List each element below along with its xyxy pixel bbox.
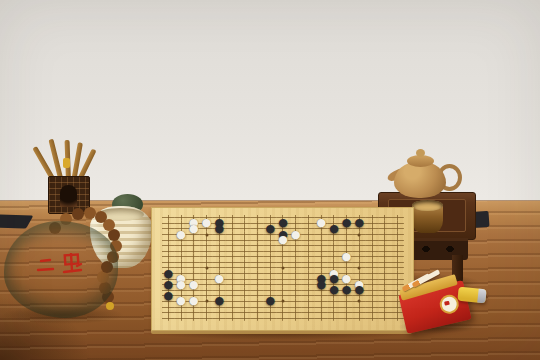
go-board: ●●●●●●●●●●●●●●●●●●●●●●●●●●●●●●●●●●●● (151, 207, 414, 331)
board-point (187, 315, 200, 321)
board-point (340, 315, 353, 321)
holder-arch-carving (60, 185, 77, 207)
board-point (328, 315, 341, 321)
teapot-lid-knob (416, 149, 425, 157)
board-point (277, 315, 290, 321)
brush-holder (48, 176, 90, 214)
board-point (391, 315, 404, 321)
tea-cup (412, 203, 443, 233)
board-point (200, 315, 213, 321)
board-point (366, 315, 379, 321)
yellow-tassel (63, 158, 70, 168)
board-point (289, 315, 302, 321)
lighter (457, 287, 486, 304)
board-point (238, 315, 251, 321)
board-point (213, 315, 226, 321)
stone-brush-pot (4, 221, 118, 318)
pack-emblem-mark (444, 301, 450, 306)
pot-inscription (34, 253, 86, 277)
go-still-life-photo: ●●●●●●●●●●●●●●●●●●●●●●●●●●●●●●●●●●●● (0, 0, 540, 360)
board-point (251, 315, 264, 321)
go-board-grid: ●●●●●●●●●●●●●●●●●●●●●●●●●●●●●●●●●●●● (162, 215, 404, 321)
board-point (353, 315, 366, 321)
board-point (315, 315, 328, 321)
board-point (379, 315, 392, 321)
board-point (162, 315, 175, 321)
board-point (226, 315, 239, 321)
board-point (302, 315, 315, 321)
board-point (175, 315, 188, 321)
bead-strand-end (106, 302, 114, 310)
board-point (264, 315, 277, 321)
